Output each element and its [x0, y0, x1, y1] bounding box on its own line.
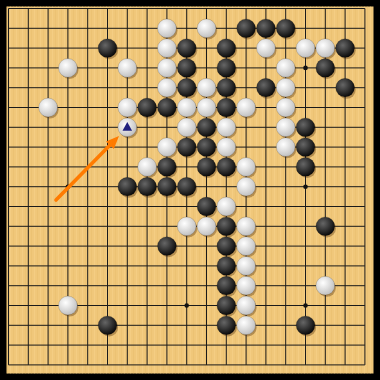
white-stone[interactable] [158, 39, 177, 58]
black-stone[interactable] [217, 237, 236, 256]
white-stone[interactable] [237, 217, 256, 236]
black-stone[interactable] [316, 217, 335, 236]
white-stone[interactable] [237, 177, 256, 196]
black-stone[interactable] [197, 118, 216, 137]
white-stone[interactable] [237, 296, 256, 315]
black-stone[interactable] [217, 158, 236, 177]
white-stone[interactable] [276, 98, 295, 117]
black-stone[interactable] [316, 59, 335, 78]
black-stone[interactable] [296, 316, 315, 335]
white-stone[interactable] [276, 138, 295, 157]
black-stone[interactable] [217, 276, 236, 295]
white-stone[interactable] [257, 39, 276, 58]
white-stone[interactable] [217, 118, 236, 137]
black-stone[interactable] [336, 78, 355, 97]
white-stone[interactable] [197, 98, 216, 117]
white-stone[interactable] [197, 19, 216, 38]
white-stone[interactable] [39, 98, 58, 117]
white-stone[interactable] [237, 237, 256, 256]
black-stone[interactable] [217, 59, 236, 78]
black-stone[interactable] [217, 257, 236, 276]
white-stone[interactable] [316, 39, 335, 58]
white-stone[interactable] [276, 118, 295, 137]
white-stone[interactable] [177, 118, 196, 137]
black-stone[interactable] [177, 59, 196, 78]
black-stone[interactable] [177, 177, 196, 196]
black-stone[interactable] [217, 78, 236, 97]
star-point [303, 303, 308, 308]
white-stone[interactable] [118, 98, 137, 117]
black-stone[interactable] [158, 158, 177, 177]
black-stone[interactable] [237, 19, 256, 38]
star-point [184, 303, 189, 308]
black-stone[interactable] [158, 98, 177, 117]
white-stone[interactable] [177, 217, 196, 236]
black-stone[interactable] [257, 19, 276, 38]
white-stone[interactable] [197, 217, 216, 236]
black-stone[interactable] [177, 138, 196, 157]
black-stone[interactable] [217, 98, 236, 117]
black-stone[interactable] [197, 158, 216, 177]
black-stone[interactable] [177, 78, 196, 97]
white-stone[interactable] [59, 59, 78, 78]
white-stone[interactable] [237, 257, 256, 276]
white-stone[interactable] [276, 59, 295, 78]
black-stone[interactable] [158, 237, 177, 256]
white-stone[interactable] [158, 138, 177, 157]
white-stone[interactable] [158, 19, 177, 38]
white-stone[interactable] [217, 138, 236, 157]
white-stone[interactable] [158, 59, 177, 78]
goban[interactable] [0, 0, 380, 380]
white-stone[interactable] [197, 78, 216, 97]
white-stone[interactable] [158, 78, 177, 97]
black-stone[interactable] [177, 39, 196, 58]
star-point [303, 184, 308, 189]
black-stone[interactable] [217, 39, 236, 58]
go-board-screenshot [0, 0, 380, 380]
black-stone[interactable] [118, 177, 137, 196]
black-stone[interactable] [276, 19, 295, 38]
black-stone[interactable] [296, 138, 315, 157]
white-stone[interactable] [276, 78, 295, 97]
white-stone[interactable] [217, 197, 236, 216]
black-stone[interactable] [336, 39, 355, 58]
white-stone[interactable] [316, 276, 335, 295]
black-stone[interactable] [138, 177, 157, 196]
black-stone[interactable] [197, 197, 216, 216]
white-stone[interactable] [296, 39, 315, 58]
white-stone[interactable] [237, 98, 256, 117]
black-stone[interactable] [217, 316, 236, 335]
black-stone[interactable] [138, 98, 157, 117]
white-stone[interactable] [138, 158, 157, 177]
black-stone[interactable] [98, 39, 117, 58]
black-stone[interactable] [296, 118, 315, 137]
black-stone[interactable] [158, 177, 177, 196]
white-stone[interactable] [237, 276, 256, 295]
white-stone[interactable] [237, 158, 256, 177]
black-stone[interactable] [217, 217, 236, 236]
star-point [303, 66, 308, 71]
black-stone[interactable] [296, 158, 315, 177]
white-stone[interactable] [177, 98, 196, 117]
white-stone[interactable] [237, 316, 256, 335]
black-stone[interactable] [257, 78, 276, 97]
black-stone[interactable] [217, 296, 236, 315]
black-stone[interactable] [197, 138, 216, 157]
white-stone[interactable] [59, 296, 78, 315]
white-stone[interactable] [118, 59, 137, 78]
black-stone[interactable] [98, 316, 117, 335]
